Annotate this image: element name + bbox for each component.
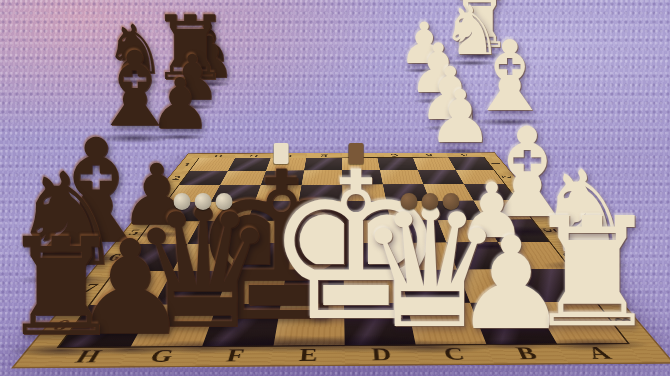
- piece-white-queen-c8[interactable]: ♛: [356, 187, 504, 352]
- white-king-finial: [348, 143, 363, 164]
- chess-set-photo: HGFEDCBA1122334455667788HGFEDCBA ♜♟♛♚♞♝♟…: [0, 0, 670, 376]
- white-queen-crown-balls: [399, 193, 462, 210]
- rook-icon: ♜: [525, 198, 660, 349]
- rook-icon: ♜: [0, 220, 121, 355]
- queen-icon: ♛: [356, 187, 504, 352]
- piece-white-rook-a8[interactable]: ♜: [525, 198, 660, 349]
- black-queen-crown-balls: [171, 193, 234, 210]
- piece-black-rook-h8[interactable]: ♜: [0, 220, 121, 355]
- pieces-layer: ♜♟♛♚♞♝♟♟♟♟♝♞♜♟♜♟♛♚♞♝♟♟♟♟♝♞♜♟: [0, 0, 670, 376]
